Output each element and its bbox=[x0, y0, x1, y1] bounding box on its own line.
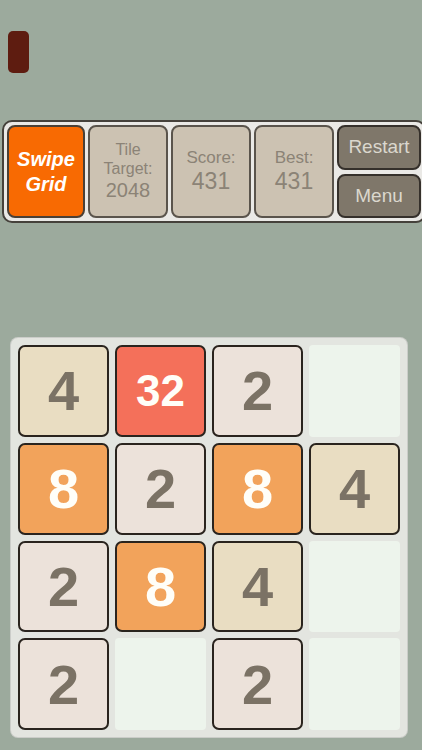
tile-target-display: Tile Target: 2048 bbox=[88, 125, 168, 218]
header-bar: Swipe Grid Tile Target: 2048 Score: 431 … bbox=[2, 120, 422, 223]
red-corner-badge bbox=[8, 31, 29, 73]
best-score-display: Best: 431 bbox=[254, 125, 334, 218]
tile-2-r1c3[interactable]: 2 bbox=[212, 345, 303, 437]
tile-4-r2c4[interactable]: 4 bbox=[309, 443, 400, 535]
tile-target-value: 2048 bbox=[106, 179, 151, 203]
header-button-column: Restart Menu bbox=[337, 125, 421, 218]
best-value: 431 bbox=[275, 168, 313, 194]
tile-2-r3c1[interactable]: 2 bbox=[18, 541, 109, 633]
tile-4-r3c3[interactable]: 4 bbox=[212, 541, 303, 633]
tile-target-label-line2: Target: bbox=[104, 160, 153, 179]
tile-2-r2c2[interactable]: 2 bbox=[115, 443, 206, 535]
tile-target-label-line1: Tile bbox=[115, 141, 140, 160]
empty-cell-r1c4 bbox=[309, 345, 400, 437]
tile-8-r2c1[interactable]: 8 bbox=[18, 443, 109, 535]
empty-cell-r3c4 bbox=[309, 541, 400, 633]
empty-cell-r4c2 bbox=[115, 638, 206, 730]
tile-2-r4c1[interactable]: 2 bbox=[18, 638, 109, 730]
restart-button[interactable]: Restart bbox=[337, 125, 421, 170]
tile-4-r1c1[interactable]: 4 bbox=[18, 345, 109, 437]
tile-8-r2c3[interactable]: 8 bbox=[212, 443, 303, 535]
menu-button-label: Menu bbox=[355, 185, 403, 207]
empty-cell-r4c4 bbox=[309, 638, 400, 730]
restart-button-label: Restart bbox=[348, 136, 409, 158]
swipe-grid-button[interactable]: Swipe Grid bbox=[7, 125, 85, 218]
menu-button[interactable]: Menu bbox=[337, 174, 421, 219]
score-value: 431 bbox=[192, 168, 230, 194]
tile-2-r4c3[interactable]: 2 bbox=[212, 638, 303, 730]
board[interactable]: 4322828428422 bbox=[10, 337, 408, 738]
tile-8-r3c2[interactable]: 8 bbox=[115, 541, 206, 633]
score-label: Score: bbox=[186, 148, 235, 168]
tile-32-r1c2[interactable]: 32 bbox=[115, 345, 206, 437]
swipe-grid-label-line1: Swipe bbox=[17, 147, 75, 172]
swipe-grid-label-line2: Grid bbox=[25, 172, 66, 197]
best-label: Best: bbox=[275, 148, 314, 168]
app-screen: Swipe Grid Tile Target: 2048 Score: 431 … bbox=[0, 0, 422, 750]
score-display: Score: 431 bbox=[171, 125, 251, 218]
